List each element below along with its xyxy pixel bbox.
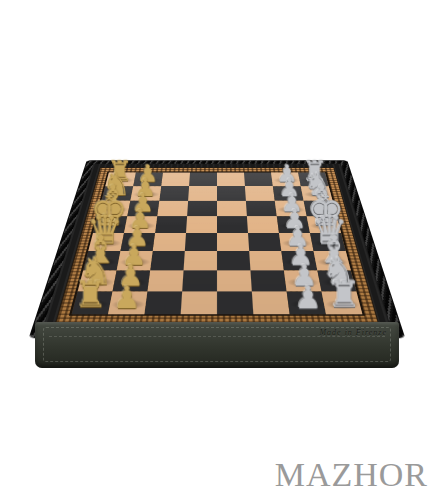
square-b6 — [250, 270, 286, 291]
square-d8: ♛ — [310, 233, 346, 251]
piece-shadow — [131, 191, 160, 198]
board-grid: ♜♟♟♜♞♟♟♞♝♟♟♝♚♟♟♚♛♟♟♛♝♟♟♝♞♟♟♞♜♟♟♜ — [72, 173, 363, 315]
piece-shadow — [106, 177, 134, 183]
piece-black-pawn: ♟ — [285, 223, 309, 250]
square-e5 — [217, 216, 248, 233]
square-f2: ♟ — [127, 201, 159, 217]
piece-white-bishop: ♝ — [83, 231, 117, 269]
square-a5 — [217, 291, 253, 314]
piece-shadow — [276, 206, 306, 213]
square-e4 — [186, 216, 217, 233]
square-g2: ♟ — [130, 186, 161, 201]
square-c2: ♟ — [117, 251, 153, 270]
piece-shadow — [302, 191, 331, 198]
square-c6 — [249, 251, 284, 270]
square-f5 — [217, 201, 247, 217]
square-e1: ♚ — [93, 216, 127, 233]
piece-shadow — [319, 278, 354, 288]
square-h6 — [244, 173, 273, 187]
square-h1: ♜ — [105, 173, 136, 187]
piece-shadow — [312, 239, 345, 247]
piece-shadow — [305, 206, 335, 213]
square-h7: ♟ — [271, 173, 301, 187]
square-c8: ♝ — [314, 251, 351, 270]
piece-white-pawn: ♟ — [125, 223, 149, 250]
square-e7: ♟ — [277, 216, 310, 233]
square-d3 — [153, 233, 186, 251]
piece-white-pawn: ♟ — [137, 162, 158, 185]
square-c1: ♝ — [83, 251, 120, 270]
piece-shadow — [118, 258, 151, 267]
square-f8: ♝ — [304, 201, 337, 217]
piece-shadow — [79, 278, 114, 288]
square-d5 — [217, 233, 249, 251]
square-a6 — [252, 291, 290, 314]
piece-shadow — [125, 222, 156, 230]
square-e2: ♟ — [124, 216, 157, 233]
piece-shadow — [285, 278, 320, 288]
square-g1: ♞ — [101, 186, 133, 201]
piece-shadow — [324, 299, 361, 309]
piece-shadow — [308, 222, 339, 230]
square-g6 — [245, 186, 275, 201]
square-h3 — [161, 173, 190, 187]
piece-shadow — [128, 206, 158, 213]
square-d6 — [248, 233, 281, 251]
piece-shadow — [109, 299, 145, 309]
piece-shadow — [280, 239, 312, 247]
square-a4 — [181, 291, 217, 314]
piece-shadow — [85, 258, 119, 267]
square-a8: ♜ — [322, 291, 363, 314]
square-b4 — [182, 270, 217, 291]
square-h5 — [217, 173, 245, 187]
piece-shadow — [122, 239, 154, 247]
square-b3 — [147, 270, 183, 291]
square-a1: ♜ — [72, 291, 113, 314]
square-a3 — [144, 291, 182, 314]
square-d7: ♟ — [279, 233, 314, 251]
piece-white-knight: ♞ — [78, 252, 112, 290]
square-e8: ♚ — [307, 216, 341, 233]
watermark-text: MAZHOR — [275, 456, 428, 494]
square-g4 — [188, 186, 217, 201]
square-b7: ♟ — [284, 270, 322, 291]
piece-shadow — [274, 191, 303, 198]
piece-shadow — [73, 299, 110, 309]
piece-white-rook: ♜ — [107, 157, 132, 185]
piece-black-knight: ♞ — [322, 252, 356, 290]
made-in-text: Made in Firenze — [319, 328, 387, 337]
piece-shadow — [272, 177, 300, 183]
square-f7: ♟ — [275, 201, 307, 217]
piece-shadow — [94, 222, 125, 230]
piece-shadow — [114, 278, 149, 288]
piece-shadow — [283, 258, 316, 267]
piece-black-pawn: ♟ — [276, 162, 297, 185]
square-a2: ♟ — [108, 291, 147, 314]
product-photo: ♜♟♟♜♞♟♟♞♝♟♟♝♚♟♟♚♛♟♟♛♝♟♟♝♞♟♟♞♜♟♟♜ Made in… — [0, 0, 433, 498]
square-e3 — [155, 216, 187, 233]
square-c5 — [217, 251, 250, 270]
piece-black-bishop: ♝ — [317, 231, 351, 269]
piece-shadow — [315, 258, 349, 267]
square-f3 — [157, 201, 188, 217]
square-f6 — [246, 201, 277, 217]
square-d1: ♛ — [88, 233, 124, 251]
square-b5 — [217, 270, 252, 291]
board-box-front: Made in Firenze — [35, 322, 399, 368]
piece-shadow — [103, 191, 132, 198]
chess-board: ♜♟♟♜♞♟♟♞♝♟♟♝♚♟♟♚♛♟♟♛♝♟♟♝♞♟♟♞♜♟♟♜ — [30, 161, 404, 338]
square-b2: ♟ — [112, 270, 150, 291]
square-c3 — [150, 251, 185, 270]
square-b8: ♞ — [317, 270, 356, 291]
square-h8: ♜ — [298, 173, 329, 187]
square-c7: ♟ — [281, 251, 317, 270]
square-b1: ♞ — [78, 270, 117, 291]
square-g3 — [159, 186, 189, 201]
square-g5 — [217, 186, 246, 201]
square-d2: ♟ — [120, 233, 155, 251]
square-h4 — [189, 173, 217, 187]
square-g7: ♟ — [273, 186, 304, 201]
piece-shadow — [299, 177, 327, 183]
square-c4 — [184, 251, 217, 270]
square-f1: ♝ — [97, 201, 130, 217]
square-e6 — [247, 216, 279, 233]
square-d4 — [185, 233, 217, 251]
square-h2: ♟ — [133, 173, 163, 187]
board-frame: ♜♟♟♜♞♟♟♞♝♟♟♝♚♟♟♚♛♟♟♛♝♟♟♝♞♟♟♞♜♟♟♜ — [42, 164, 392, 331]
piece-shadow — [134, 177, 162, 183]
piece-black-rook: ♜ — [302, 157, 327, 185]
piece-shadow — [90, 239, 123, 247]
square-g8: ♞ — [301, 186, 333, 201]
decorative-border: ♜♟♟♜♞♟♟♞♝♟♟♝♚♟♟♚♛♟♟♛♝♟♟♝♞♟♟♞♜♟♟♜ — [55, 167, 379, 323]
piece-shadow — [278, 222, 309, 230]
piece-shadow — [288, 299, 324, 309]
piece-shadow — [99, 206, 129, 213]
square-f4 — [187, 201, 217, 217]
square-a7: ♟ — [287, 291, 326, 314]
